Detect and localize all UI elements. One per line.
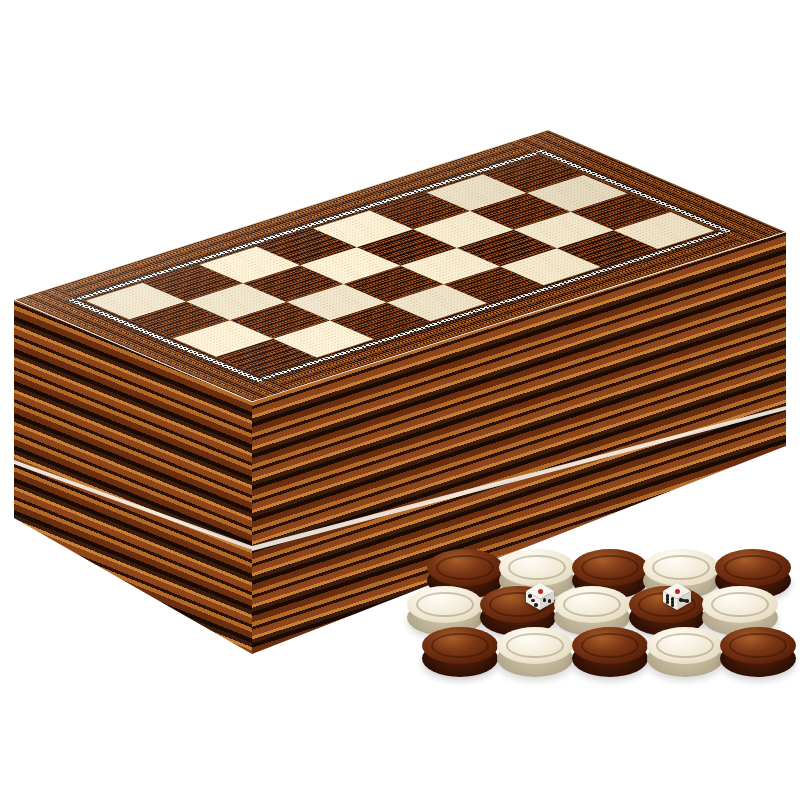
die[interactable] — [526, 583, 554, 610]
checker-face — [715, 549, 791, 586]
checker-face — [407, 586, 483, 623]
die-pip — [531, 599, 535, 603]
die-pip — [528, 594, 532, 598]
checker-face — [720, 627, 796, 664]
checker-face — [572, 627, 648, 664]
checker-face — [499, 549, 575, 586]
checker-face — [554, 586, 630, 623]
die-pip — [671, 603, 675, 607]
checker-face — [497, 627, 573, 664]
checker-light[interactable] — [647, 627, 723, 677]
product-scene — [0, 0, 800, 800]
checker-face — [702, 586, 778, 623]
checker-face — [647, 627, 723, 664]
checker-dark[interactable] — [422, 627, 498, 677]
die-pip — [543, 598, 547, 602]
die[interactable] — [663, 583, 691, 610]
checker-face — [427, 549, 503, 586]
die-pip-red — [538, 589, 543, 594]
checkers-tray — [0, 0, 800, 800]
die-pip-red — [675, 589, 680, 594]
checker-dark[interactable] — [720, 627, 796, 677]
checker-face — [422, 627, 498, 664]
checker-face — [643, 549, 719, 586]
checker-face — [572, 549, 648, 586]
die-pip — [534, 603, 538, 607]
checker-light[interactable] — [497, 627, 573, 677]
checker-dark[interactable] — [572, 627, 648, 677]
